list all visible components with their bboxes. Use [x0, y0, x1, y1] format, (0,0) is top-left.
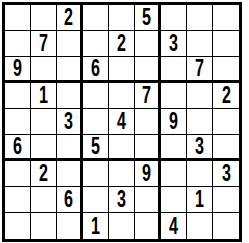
given-digit: 9 [169, 110, 178, 133]
cell-r4c8[interactable] [187, 83, 213, 109]
cell-r8c9[interactable] [213, 187, 239, 213]
cell-r1c9[interactable] [213, 5, 239, 31]
given-digit: 3 [195, 135, 204, 158]
cell-r7c8[interactable] [187, 161, 213, 187]
given-digit: 3 [169, 32, 178, 55]
cell-r8c5[interactable]: 3 [109, 187, 135, 213]
cell-r7c4[interactable] [83, 161, 109, 187]
cell-r1c1[interactable] [5, 5, 31, 31]
cell-r1c8[interactable] [187, 5, 213, 31]
given-digit: 7 [39, 32, 48, 55]
cell-r5c6[interactable] [135, 109, 161, 135]
cell-r5c7[interactable]: 9 [161, 109, 187, 135]
cell-r6c5[interactable] [109, 135, 135, 161]
cell-r5c3[interactable]: 3 [57, 109, 83, 135]
cell-r9c8[interactable] [187, 213, 213, 239]
cell-r4c7[interactable] [161, 83, 187, 109]
cell-r5c1[interactable] [5, 109, 31, 135]
cell-r3c3[interactable] [57, 57, 83, 83]
given-digit: 9 [142, 162, 151, 185]
cell-r6c6[interactable] [135, 135, 161, 161]
cell-r6c3[interactable] [57, 135, 83, 161]
cell-r9c1[interactable] [5, 213, 31, 239]
cell-r6c1[interactable]: 6 [5, 135, 31, 161]
given-digit: 2 [39, 162, 48, 185]
sudoku-page: 2572396717234965329363114 [0, 0, 249, 242]
cell-r9c2[interactable] [31, 213, 57, 239]
cell-r1c7[interactable] [161, 5, 187, 31]
cell-r1c4[interactable] [83, 5, 109, 31]
given-digit: 7 [195, 57, 204, 80]
given-digit: 1 [195, 188, 204, 211]
cell-r3c7[interactable] [161, 57, 187, 83]
cell-r4c2[interactable]: 1 [31, 83, 57, 109]
cell-r9c9[interactable] [213, 213, 239, 239]
given-digit: 2 [117, 32, 126, 55]
cell-r9c6[interactable] [135, 213, 161, 239]
cell-r6c2[interactable] [31, 135, 57, 161]
cell-r2c2[interactable]: 7 [31, 31, 57, 57]
cell-r7c6[interactable]: 9 [135, 161, 161, 187]
cell-r4c5[interactable] [109, 83, 135, 109]
cell-r5c2[interactable] [31, 109, 57, 135]
given-digit: 7 [142, 84, 151, 107]
cell-r2c6[interactable] [135, 31, 161, 57]
given-digit: 1 [39, 84, 48, 107]
cell-r1c2[interactable] [31, 5, 57, 31]
given-digit: 4 [169, 215, 178, 238]
cell-r2c1[interactable] [5, 31, 31, 57]
cell-r3c1[interactable]: 9 [5, 57, 31, 83]
cell-r7c7[interactable] [161, 161, 187, 187]
given-digit: 9 [13, 57, 22, 80]
cell-r3c2[interactable] [31, 57, 57, 83]
given-digit: 1 [91, 215, 100, 238]
given-digit: 2 [222, 84, 231, 107]
given-digit: 5 [91, 135, 100, 158]
cell-r2c8[interactable] [187, 31, 213, 57]
cell-r5c4[interactable] [83, 109, 109, 135]
cell-r6c8[interactable]: 3 [187, 135, 213, 161]
cell-r7c9[interactable]: 3 [213, 161, 239, 187]
cell-r4c6[interactable]: 7 [135, 83, 161, 109]
cell-r4c3[interactable] [57, 83, 83, 109]
cell-r8c1[interactable] [5, 187, 31, 213]
cell-r4c4[interactable] [83, 83, 109, 109]
cell-r3c4[interactable]: 6 [83, 57, 109, 83]
cell-r6c7[interactable] [161, 135, 187, 161]
cell-r3c9[interactable] [213, 57, 239, 83]
cell-r8c7[interactable] [161, 187, 187, 213]
cell-r3c8[interactable]: 7 [187, 57, 213, 83]
given-digit: 6 [64, 188, 73, 211]
cell-r8c3[interactable]: 6 [57, 187, 83, 213]
cell-r1c6[interactable]: 5 [135, 5, 161, 31]
cell-r1c3[interactable]: 2 [57, 5, 83, 31]
cell-r4c1[interactable] [5, 83, 31, 109]
cell-r4c9[interactable]: 2 [213, 83, 239, 109]
given-digit: 5 [142, 6, 151, 29]
cell-r7c1[interactable] [5, 161, 31, 187]
given-digit: 6 [91, 57, 100, 80]
cell-r2c3[interactable] [57, 31, 83, 57]
given-digit: 2 [64, 6, 73, 29]
given-digit: 3 [117, 188, 126, 211]
given-digit: 3 [222, 162, 231, 185]
cell-r7c5[interactable] [109, 161, 135, 187]
cell-r2c4[interactable] [83, 31, 109, 57]
cell-r5c8[interactable] [187, 109, 213, 135]
given-digit: 3 [64, 110, 73, 133]
cell-r5c5[interactable]: 4 [109, 109, 135, 135]
cell-r8c2[interactable] [31, 187, 57, 213]
cell-r8c4[interactable] [83, 187, 109, 213]
cell-r7c2[interactable]: 2 [31, 161, 57, 187]
cell-r2c5[interactable]: 2 [109, 31, 135, 57]
given-digit: 4 [117, 110, 126, 133]
cell-r7c3[interactable] [57, 161, 83, 187]
cell-r9c7[interactable]: 4 [161, 213, 187, 239]
cell-r9c5[interactable] [109, 213, 135, 239]
cell-r6c9[interactable] [213, 135, 239, 161]
cell-r6c4[interactable]: 5 [83, 135, 109, 161]
cell-r9c3[interactable] [57, 213, 83, 239]
cell-r3c5[interactable] [109, 57, 135, 83]
cell-r2c7[interactable]: 3 [161, 31, 187, 57]
cell-r8c8[interactable]: 1 [187, 187, 213, 213]
cell-r2c9[interactable] [213, 31, 239, 57]
cell-r8c6[interactable] [135, 187, 161, 213]
cell-r5c9[interactable] [213, 109, 239, 135]
cell-r9c4[interactable]: 1 [83, 213, 109, 239]
cell-r1c5[interactable] [109, 5, 135, 31]
cell-r3c6[interactable] [135, 57, 161, 83]
given-digit: 6 [13, 135, 22, 158]
sudoku-board: 2572396717234965329363114 [2, 2, 242, 242]
